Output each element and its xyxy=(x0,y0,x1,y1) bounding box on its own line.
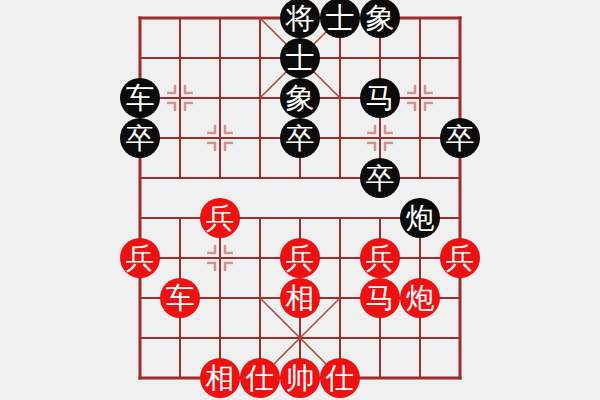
piece-red-soldier[interactable]: 兵 xyxy=(200,198,240,238)
piece-black-soldier[interactable]: 卒 xyxy=(120,118,160,158)
piece-red-general[interactable]: 帅 xyxy=(280,358,320,398)
piece-black-general[interactable]: 将 xyxy=(280,0,320,38)
piece-black-advisor[interactable]: 士 xyxy=(320,0,360,38)
piece-black-soldier[interactable]: 卒 xyxy=(440,118,480,158)
piece-red-soldier[interactable]: 兵 xyxy=(440,238,480,278)
piece-red-chariot[interactable]: 车 xyxy=(160,278,200,318)
piece-black-cannon[interactable]: 炮 xyxy=(400,198,440,238)
piece-red-advisor[interactable]: 仕 xyxy=(240,358,280,398)
pieces-layer: 将士象士车象马卒卒卒卒炮兵兵兵兵兵车相马炮相仕帅仕 xyxy=(0,0,600,400)
piece-red-cannon[interactable]: 炮 xyxy=(400,278,440,318)
piece-red-advisor[interactable]: 仕 xyxy=(320,358,360,398)
piece-red-soldier[interactable]: 兵 xyxy=(280,238,320,278)
piece-black-advisor[interactable]: 士 xyxy=(280,38,320,78)
piece-black-soldier[interactable]: 卒 xyxy=(360,158,400,198)
xiangqi-board-screen: 将士象士车象马卒卒卒卒炮兵兵兵兵兵车相马炮相仕帅仕 xyxy=(0,0,600,400)
piece-black-horse[interactable]: 马 xyxy=(360,78,400,118)
piece-red-soldier[interactable]: 兵 xyxy=(120,238,160,278)
piece-red-elephant[interactable]: 相 xyxy=(280,278,320,318)
piece-red-horse[interactable]: 马 xyxy=(360,278,400,318)
piece-black-chariot[interactable]: 车 xyxy=(120,78,160,118)
piece-red-soldier[interactable]: 兵 xyxy=(360,238,400,278)
piece-black-soldier[interactable]: 卒 xyxy=(280,118,320,158)
piece-red-elephant[interactable]: 相 xyxy=(200,358,240,398)
piece-black-elephant[interactable]: 象 xyxy=(280,78,320,118)
piece-black-elephant[interactable]: 象 xyxy=(360,0,400,38)
